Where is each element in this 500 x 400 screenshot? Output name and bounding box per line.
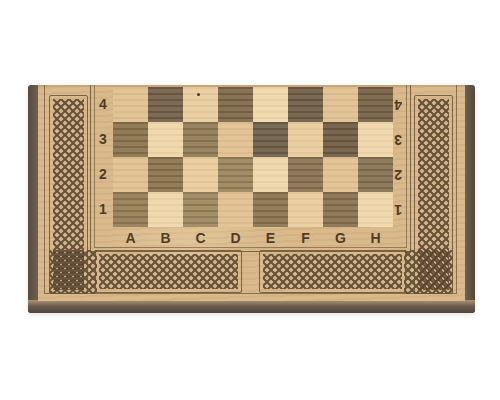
celtic-knot-band-left	[49, 95, 88, 294]
file-label-e: E	[253, 229, 288, 247]
rank-label-right-3: 3	[387, 122, 409, 157]
rank-label-right-1: 1	[387, 192, 409, 227]
square-c4	[183, 87, 218, 122]
square-f3	[288, 122, 323, 157]
square-b3	[148, 122, 183, 157]
square-a3	[113, 122, 148, 157]
square-d1	[218, 192, 253, 227]
square-f1	[288, 192, 323, 227]
square-c3	[183, 122, 218, 157]
square-c1	[183, 192, 218, 227]
square-g3	[323, 122, 358, 157]
rank-label-left-1: 1	[92, 192, 114, 227]
square-e4	[253, 87, 288, 122]
celtic-knot-band-right	[414, 95, 453, 294]
square-e2	[253, 157, 288, 192]
file-label-d: D	[218, 229, 253, 247]
file-label-f: F	[288, 229, 323, 247]
rank-label-right-4: 4	[387, 87, 409, 122]
square-b4	[148, 87, 183, 122]
square-a4	[113, 87, 148, 122]
celtic-knot-panel-bottom-right	[259, 250, 406, 293]
board-bottom-edge	[28, 300, 475, 313]
square-d3	[218, 122, 253, 157]
wooden-chessboard-half: ABCDEFGH 4321 4321	[28, 85, 475, 313]
chess-grid	[113, 87, 393, 227]
wood-blemish-dot-bottom	[199, 233, 201, 235]
file-label-c: C	[183, 229, 218, 247]
rank-label-left-4: 4	[92, 87, 114, 122]
file-label-b: B	[148, 229, 183, 247]
file-label-h: H	[358, 229, 393, 247]
square-e3	[253, 122, 288, 157]
square-f2	[288, 157, 323, 192]
file-label-g: G	[323, 229, 358, 247]
square-g1	[323, 192, 358, 227]
square-b2	[148, 157, 183, 192]
celtic-knot-panel-bottom-left	[95, 250, 242, 293]
square-c2	[183, 157, 218, 192]
rank-label-left-2: 2	[92, 157, 114, 192]
square-d2	[218, 157, 253, 192]
board-face: ABCDEFGH 4321 4321	[38, 85, 465, 301]
wood-blemish-dot-top	[197, 93, 200, 96]
square-b1	[148, 192, 183, 227]
square-e1	[253, 192, 288, 227]
rank-label-right-2: 2	[387, 157, 409, 192]
square-a1	[113, 192, 148, 227]
square-g2	[323, 157, 358, 192]
square-a2	[113, 157, 148, 192]
product-photo: ABCDEFGH 4321 4321	[0, 0, 500, 400]
square-g4	[323, 87, 358, 122]
file-label-a: A	[113, 229, 148, 247]
rank-label-left-3: 3	[92, 122, 114, 157]
square-f4	[288, 87, 323, 122]
square-d4	[218, 87, 253, 122]
